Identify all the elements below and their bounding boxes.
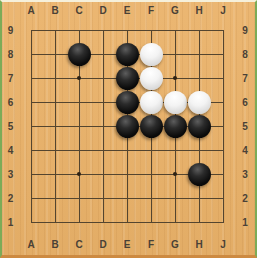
black-stone-E6[interactable] [116, 91, 139, 114]
black-stone-C8[interactable] [68, 43, 91, 66]
col-label-bottom-A: A [19, 234, 43, 255]
star-point-C7 [77, 76, 81, 80]
white-stone-F7[interactable] [140, 67, 163, 90]
black-stone-H3[interactable] [188, 163, 211, 186]
col-label-top-D: D [91, 2, 115, 18]
row-label-left-2: 2 [2, 186, 19, 210]
row-label-left-4: 4 [2, 138, 19, 162]
black-stone-G5[interactable] [164, 115, 187, 138]
white-stone-F6[interactable] [140, 91, 163, 114]
col-label-top-F: F [139, 2, 163, 18]
row-label-right-6: 6 [235, 90, 255, 114]
col-label-bottom-C: C [67, 234, 91, 255]
col-label-bottom-J: J [211, 234, 235, 255]
black-stone-H5[interactable] [188, 115, 211, 138]
col-label-bottom-H: H [187, 234, 211, 255]
row-label-left-1: 1 [2, 210, 19, 234]
col-label-top-H: H [187, 2, 211, 18]
col-label-bottom-B: B [43, 234, 67, 255]
row-label-left-3: 3 [2, 162, 19, 186]
row-label-right-3: 3 [235, 162, 255, 186]
col-label-bottom-D: D [91, 234, 115, 255]
row-label-left-6: 6 [2, 90, 19, 114]
white-stone-F8[interactable] [140, 43, 163, 66]
white-stone-G6[interactable] [164, 91, 187, 114]
row-label-right-5: 5 [235, 114, 255, 138]
row-label-left-8: 8 [2, 42, 19, 66]
row-label-left-5: 5 [2, 114, 19, 138]
row-label-right-7: 7 [235, 66, 255, 90]
col-label-top-C: C [67, 2, 91, 18]
col-label-top-B: B [43, 2, 67, 18]
col-label-top-J: J [211, 2, 235, 18]
black-stone-F5[interactable] [140, 115, 163, 138]
black-stone-E7[interactable] [116, 67, 139, 90]
col-label-top-E: E [115, 2, 139, 18]
white-stone-H6[interactable] [188, 91, 211, 114]
row-label-left-9: 9 [2, 18, 19, 42]
row-label-right-2: 2 [235, 186, 255, 210]
star-point-G7 [173, 76, 177, 80]
star-point-C3 [77, 172, 81, 176]
col-label-bottom-G: G [163, 234, 187, 255]
row-label-right-9: 9 [235, 18, 255, 42]
row-label-right-1: 1 [235, 210, 255, 234]
black-stone-E5[interactable] [116, 115, 139, 138]
col-label-bottom-E: E [115, 234, 139, 255]
row-label-left-7: 7 [2, 66, 19, 90]
goban[interactable]: AABBCCDDEEFFGGHHJJ998877665544332211 [2, 2, 255, 255]
row-label-right-4: 4 [235, 138, 255, 162]
star-point-G3 [173, 172, 177, 176]
go-app-window: AABBCCDDEEFFGGHHJJ998877665544332211 [0, 0, 257, 258]
col-label-top-A: A [19, 2, 43, 18]
black-stone-E8[interactable] [116, 43, 139, 66]
col-label-top-G: G [163, 2, 187, 18]
col-label-bottom-F: F [139, 234, 163, 255]
row-label-right-8: 8 [235, 42, 255, 66]
